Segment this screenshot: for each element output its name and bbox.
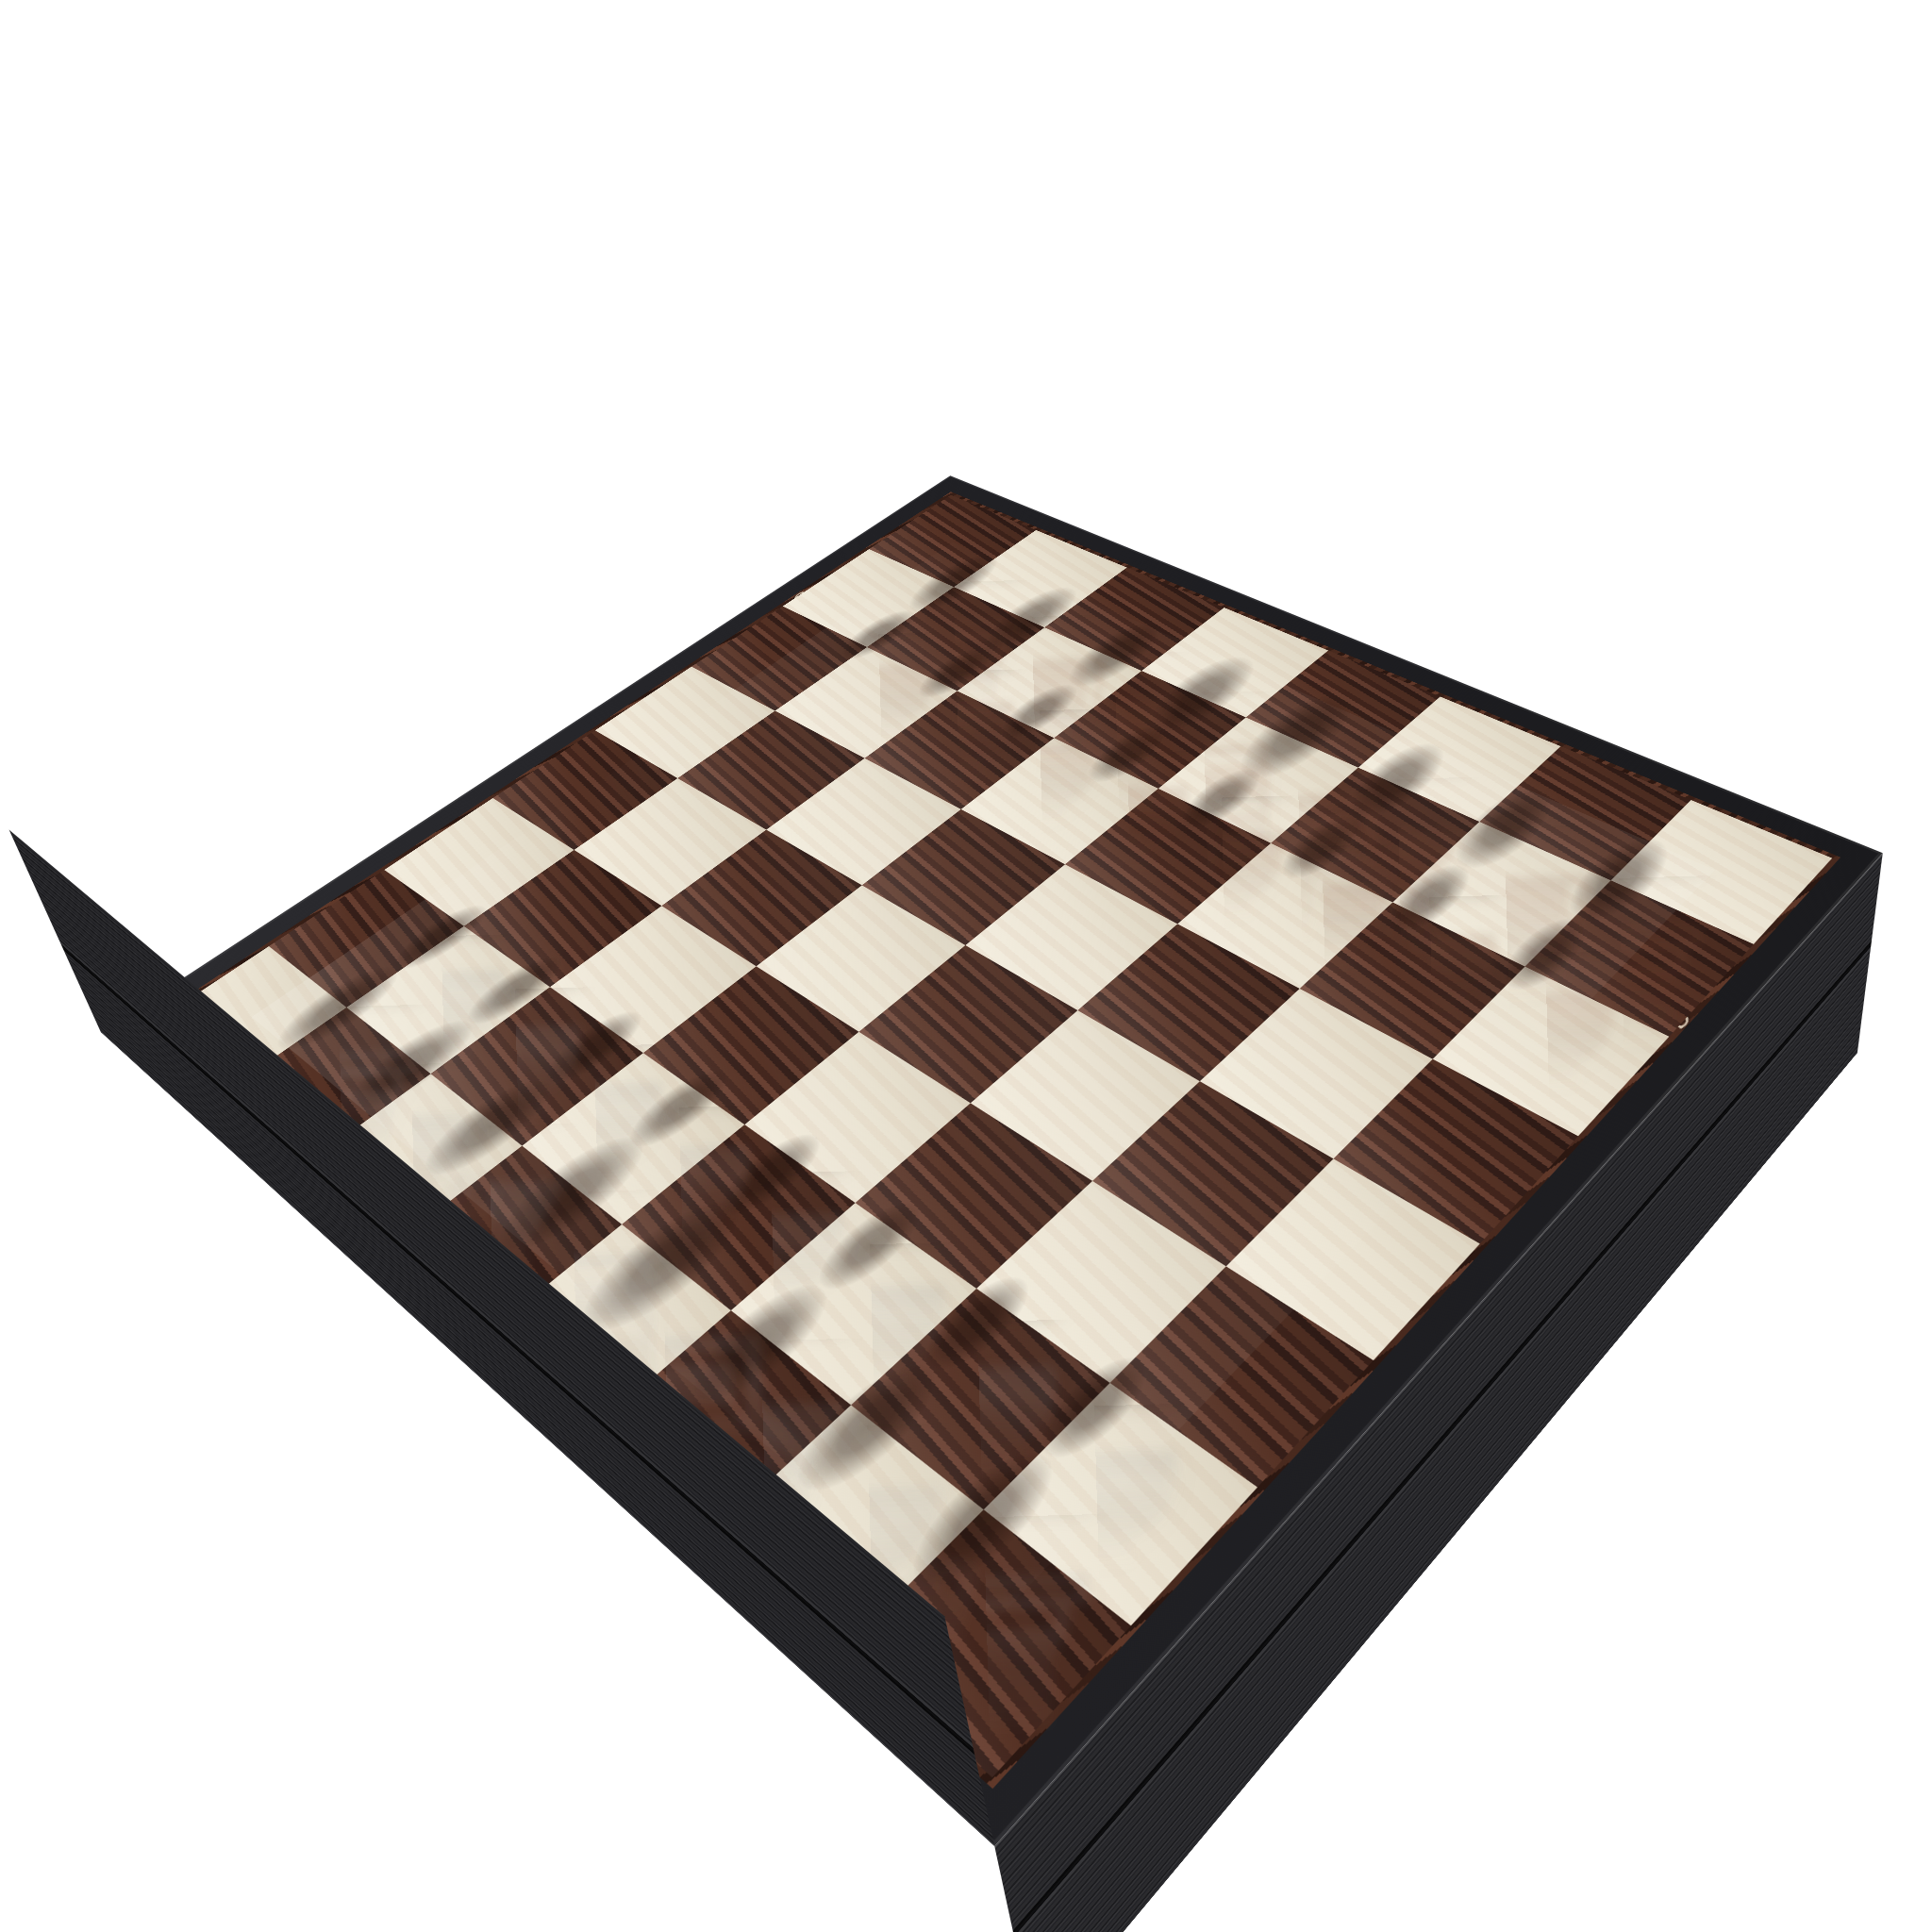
perspective-scene: abcdefghabcdefgh8765432187654321 ♜♜♞♞♝♝♛… <box>0 0 1932 1932</box>
product-photo-stage: abcdefghabcdefgh8765432187654321 ♜♜♞♞♝♝♛… <box>0 0 1932 1932</box>
scene-rotation-wrapper: abcdefghabcdefgh8765432187654321 ♜♜♞♞♝♝♛… <box>0 0 1932 1932</box>
pawn-icon: ♟ <box>1367 745 1719 974</box>
piece-copper-pawn-g1[interactable]: ♟♟ <box>1367 745 1719 974</box>
chess-box: abcdefghabcdefgh8765432187654321 ♜♜♞♞♝♝♛… <box>101 475 1883 1846</box>
